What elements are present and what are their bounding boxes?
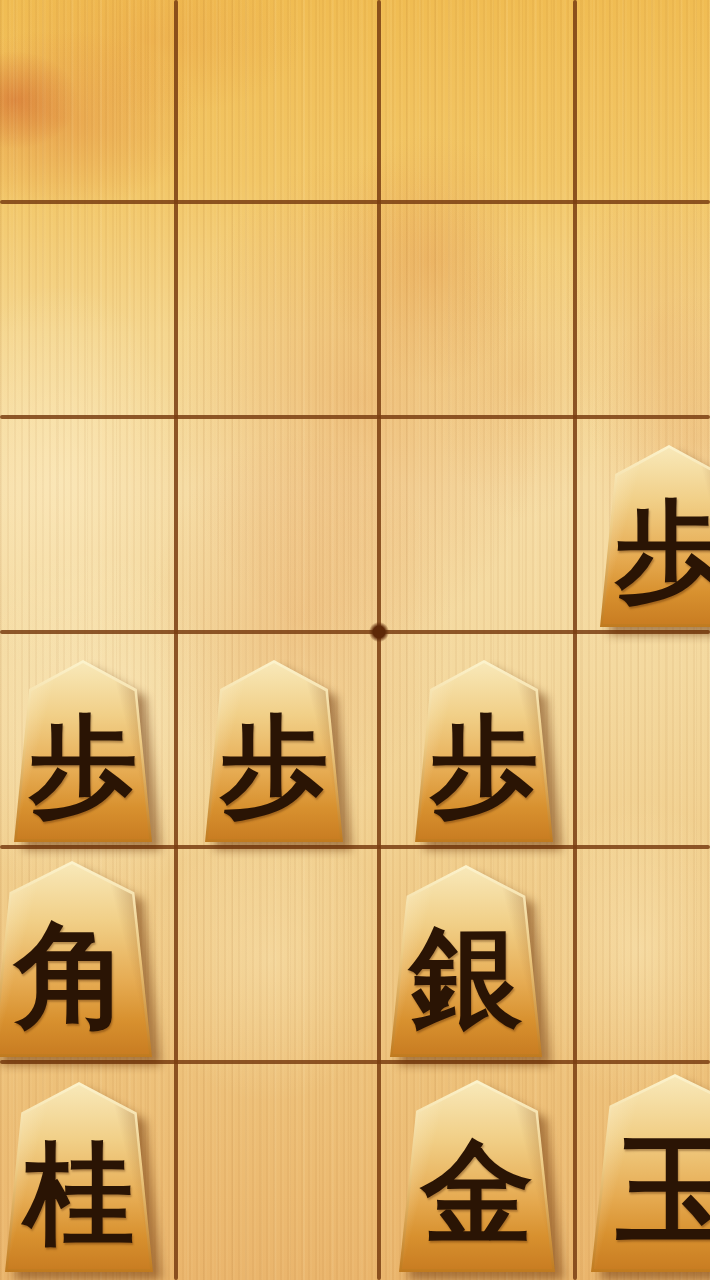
piece-body: 桂 (5, 1082, 153, 1272)
piece-kanji-pawn: 歩 (415, 695, 553, 839)
piece-kanji-king: 玉 (591, 1112, 710, 1268)
piece-kanji-bishop: 角 (0, 898, 152, 1053)
shogi-piece-bishop-8h[interactable]: 角 (0, 861, 152, 1057)
piece-body: 金 (399, 1080, 555, 1272)
shogi-piece-king-5i[interactable]: 玉 (591, 1074, 710, 1272)
piece-body: 歩 (14, 660, 152, 842)
shogi-board[interactable]: 歩歩歩歩角銀桂金玉 (0, 0, 710, 1280)
piece-kanji-knight: 桂 (5, 1118, 153, 1268)
piece-body: 歩 (205, 660, 343, 842)
shogi-piece-pawn-5f[interactable]: 歩 (600, 445, 710, 627)
piece-kanji-gold: 金 (399, 1116, 555, 1268)
piece-kanji-pawn: 歩 (600, 480, 710, 624)
shogi-piece-silver-6h[interactable]: 銀 (390, 865, 542, 1057)
shogi-piece-pawn-8g[interactable]: 歩 (14, 660, 152, 842)
piece-body: 銀 (390, 865, 542, 1057)
piece-kanji-pawn: 歩 (205, 695, 343, 839)
piece-body: 歩 (415, 660, 553, 842)
piece-body: 玉 (591, 1074, 710, 1272)
shogi-piece-pawn-6g[interactable]: 歩 (415, 660, 553, 842)
piece-kanji-silver: 銀 (390, 901, 542, 1053)
piece-body: 角 (0, 861, 152, 1057)
shogi-piece-gold-6i[interactable]: 金 (399, 1080, 555, 1272)
piece-kanji-pawn: 歩 (14, 695, 152, 839)
shogi-piece-pawn-7g[interactable]: 歩 (205, 660, 343, 842)
pieces-layer: 歩歩歩歩角銀桂金玉 (0, 0, 710, 1280)
piece-body: 歩 (600, 445, 710, 627)
shogi-piece-knight-8i[interactable]: 桂 (5, 1082, 153, 1272)
